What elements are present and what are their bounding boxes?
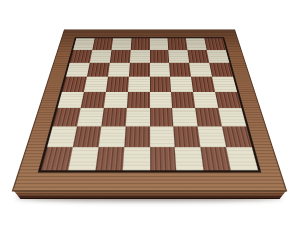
square-a8 (73, 38, 94, 50)
square-e5 (150, 76, 172, 91)
square-c6 (108, 63, 130, 77)
square-e1 (150, 147, 177, 170)
square-c5 (106, 76, 129, 91)
square-d7 (130, 50, 150, 63)
board-border-line (38, 37, 261, 172)
square-f2 (174, 127, 201, 148)
square-h1 (226, 147, 258, 170)
square-d3 (125, 108, 149, 126)
square-f3 (172, 108, 197, 126)
square-a7 (70, 50, 92, 63)
square-c8 (111, 38, 131, 50)
square-h5 (212, 76, 237, 91)
square-e8 (150, 38, 169, 50)
square-h4 (215, 92, 241, 109)
square-h3 (218, 108, 246, 126)
square-f1 (175, 147, 204, 170)
square-b2 (73, 127, 101, 148)
square-h2 (222, 127, 252, 148)
square-b8 (92, 38, 113, 50)
square-d2 (124, 127, 150, 148)
square-h6 (209, 63, 233, 77)
square-c3 (101, 108, 126, 126)
square-h7 (207, 50, 229, 63)
square-d8 (130, 38, 149, 50)
square-e4 (150, 92, 173, 109)
square-b5 (84, 76, 108, 91)
square-d6 (129, 63, 150, 77)
square-e3 (150, 108, 174, 126)
square-b6 (87, 63, 110, 77)
square-e6 (150, 63, 171, 77)
square-b3 (77, 108, 104, 126)
square-b7 (90, 50, 112, 63)
square-d1 (122, 147, 149, 170)
square-f6 (169, 63, 191, 77)
square-f5 (170, 76, 193, 91)
board-frame (12, 29, 288, 191)
square-b4 (81, 92, 106, 109)
square-c1 (95, 147, 124, 170)
square-g8 (186, 38, 207, 50)
square-d5 (128, 76, 150, 91)
square-f7 (169, 50, 190, 63)
square-e7 (150, 50, 170, 63)
square-d4 (127, 92, 150, 109)
square-c2 (98, 127, 125, 148)
square-h8 (204, 38, 225, 50)
chessboard (12, 29, 288, 191)
square-g7 (188, 50, 210, 63)
board-grid (41, 38, 258, 170)
square-f8 (168, 38, 188, 50)
product-photo-scene (0, 0, 300, 225)
square-g6 (189, 63, 212, 77)
square-c4 (104, 92, 128, 109)
square-e2 (150, 127, 176, 148)
square-c7 (110, 50, 131, 63)
square-f4 (171, 92, 195, 109)
square-b1 (68, 147, 98, 170)
square-g5 (191, 76, 215, 91)
